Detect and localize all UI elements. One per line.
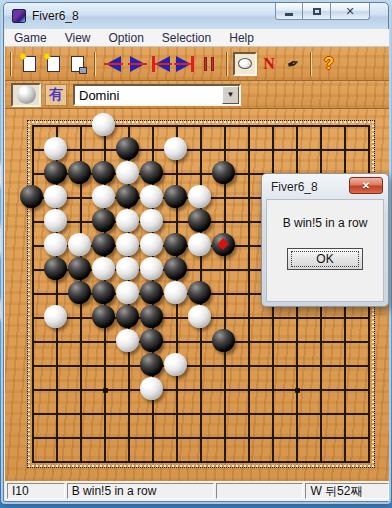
ok-button-label: OK [291, 251, 359, 267]
black-stone [68, 161, 91, 184]
dialog-close-button[interactable]: ✕ [349, 177, 383, 194]
floppy-disk-icon [79, 67, 87, 74]
app-icon [12, 9, 26, 23]
black-stone [140, 281, 163, 304]
sparkle-icon: ✸ [43, 51, 51, 62]
black-stone [68, 281, 91, 304]
white-stone [92, 113, 115, 136]
new-document-icon: ✸ [23, 56, 36, 72]
white-stone [92, 185, 115, 208]
status-coordinate: I10 [7, 483, 65, 499]
menu-option[interactable]: Option [99, 31, 152, 45]
black-stone [188, 281, 211, 304]
step-forward-button[interactable] [125, 51, 149, 77]
white-stone [116, 161, 139, 184]
sparkle-icon: ✸ [19, 51, 27, 62]
white-stone [116, 257, 139, 280]
black-stone [164, 185, 187, 208]
white-stone [164, 281, 187, 304]
yu-button[interactable]: 有 [45, 84, 67, 106]
white-stone [68, 233, 91, 256]
step-back-button[interactable] [101, 51, 125, 77]
toolbar-separator [94, 52, 96, 76]
menu-game[interactable]: Game [5, 31, 56, 45]
title-bar[interactable]: Fiver6_8 ✕ [4, 3, 388, 29]
black-stone [20, 185, 43, 208]
minimize-button[interactable] [275, 3, 303, 20]
window-title: Fiver6_8 [32, 9, 79, 23]
black-stone [116, 305, 139, 328]
status-empty [216, 483, 304, 499]
dialog-message: B win!5 in a row [267, 216, 383, 230]
black-stone [212, 329, 235, 352]
go-to-start-button[interactable] [149, 51, 173, 77]
white-stone [140, 185, 163, 208]
open-game-button[interactable]: ✸ [41, 51, 65, 77]
white-stone [44, 137, 67, 160]
status-move-info: W 뒤52째 [305, 483, 389, 499]
dialog-title: Fiver6_8 [271, 180, 318, 194]
arrow-right-bar-icon [176, 56, 191, 72]
white-stone [116, 209, 139, 232]
engine-combobox[interactable]: Domini ▼ [73, 84, 241, 106]
menu-view[interactable]: View [56, 31, 100, 45]
dialog-body: B win!5 in a row OK [266, 199, 384, 302]
white-stone [188, 305, 211, 328]
black-stone [164, 257, 187, 280]
white-stone [140, 209, 163, 232]
n-letter-icon: N [263, 55, 275, 73]
white-stone-toggle-button[interactable] [233, 51, 257, 77]
grid-line [32, 461, 370, 463]
combobox-value: Domini [79, 88, 119, 103]
maximize-icon [313, 8, 321, 15]
black-stone [92, 281, 115, 304]
white-stone [164, 137, 187, 160]
minimize-icon [285, 13, 293, 16]
pause-button[interactable] [197, 51, 221, 77]
menu-help[interactable]: Help [220, 31, 263, 45]
white-stone [140, 233, 163, 256]
n-mode-button[interactable]: N [257, 51, 281, 77]
black-stone [92, 305, 115, 328]
open-document-icon: ✸ [47, 56, 60, 72]
win-dialog: Fiver6_8 ✕ B win!5 in a row OK [261, 173, 389, 307]
help-button[interactable]: ? [317, 51, 341, 77]
grid-line [32, 437, 370, 439]
brush-icon: ✒ [284, 53, 302, 74]
toolbar-separator [226, 52, 228, 76]
toolbar-separator [310, 52, 312, 76]
white-stone [44, 209, 67, 232]
white-stone-sphere-icon [17, 85, 36, 104]
close-button[interactable]: ✕ [330, 3, 370, 20]
white-stone [44, 185, 67, 208]
chevron-down-icon[interactable]: ▼ [222, 86, 239, 104]
go-to-end-button[interactable] [173, 51, 197, 77]
black-stone [140, 329, 163, 352]
save-game-button[interactable]: ↓ [65, 51, 89, 77]
white-stone [44, 233, 67, 256]
app-window: Fiver6_8 ✕ Game View Option Selection He… [3, 2, 389, 502]
black-stone [188, 209, 211, 232]
ok-button[interactable]: OK [287, 248, 363, 270]
maximize-button[interactable] [303, 3, 330, 20]
save-document-icon: ↓ [71, 56, 84, 72]
desktop: Fiver6_8 ✕ Game View Option Selection He… [0, 0, 392, 508]
status-bar: I10 B win!5 in a row W 뒤52째 [5, 481, 389, 501]
black-stone [116, 137, 139, 160]
close-icon: ✕ [362, 180, 370, 191]
black-stone [92, 233, 115, 256]
toolbar-separator [10, 52, 12, 76]
white-stone [140, 257, 163, 280]
brush-button[interactable]: ✒ [281, 51, 305, 77]
pause-icon [211, 57, 214, 71]
black-stone [44, 257, 67, 280]
white-stone [140, 377, 163, 400]
grid-line [32, 413, 370, 415]
black-stone [68, 257, 91, 280]
arrow-left-icon [106, 56, 121, 72]
menu-bar: Game View Option Selection Help [5, 29, 389, 47]
white-stone [44, 305, 67, 328]
arrow-left-bar-icon [155, 56, 170, 72]
pause-icon [204, 57, 207, 71]
black-stone [92, 161, 115, 184]
black-stone [140, 161, 163, 184]
star-point [103, 388, 108, 393]
black-stone [140, 353, 163, 376]
white-stone [92, 257, 115, 280]
white-stone [116, 281, 139, 304]
white-stone [116, 233, 139, 256]
white-stone-icon [233, 52, 257, 76]
star-point [295, 388, 300, 393]
black-stone [140, 305, 163, 328]
white-stone [164, 353, 187, 376]
question-mark-icon: ? [324, 55, 334, 73]
black-stone [212, 161, 235, 184]
menu-selection[interactable]: Selection [153, 31, 220, 45]
turn-indicator [11, 83, 41, 107]
black-stone [44, 161, 67, 184]
new-game-button[interactable]: ✸ [17, 51, 41, 77]
white-stone [116, 329, 139, 352]
white-stone [188, 185, 211, 208]
black-stone [92, 209, 115, 232]
black-stone [164, 233, 187, 256]
status-message: B win!5 in a row [67, 483, 214, 499]
toolbar-main: ✸ ✸ ↓ [5, 47, 389, 81]
close-icon: ✕ [345, 5, 354, 18]
black-stone [116, 185, 139, 208]
white-stone [188, 233, 211, 256]
toolbar-secondary: 有 Domini ▼ [5, 81, 389, 109]
arrow-right-icon [130, 56, 145, 72]
